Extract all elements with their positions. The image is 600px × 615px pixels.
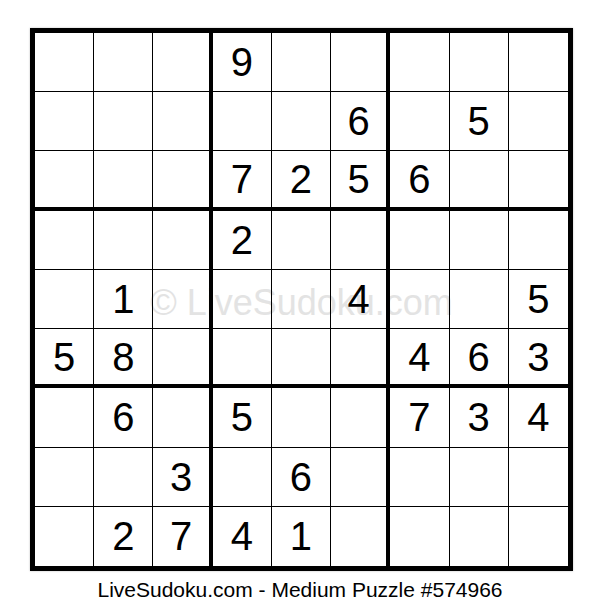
given-digit: 1 <box>112 279 134 319</box>
cell-r4c2[interactable] <box>94 211 153 270</box>
cell-r2c2[interactable] <box>94 92 153 151</box>
puzzle-caption: LiveSudoku.com - Medium Puzzle #574966 <box>0 578 600 602</box>
given-digit: 7 <box>231 159 253 199</box>
given-digit: 4 <box>348 279 370 319</box>
cell-r5c3[interactable] <box>153 270 212 329</box>
given-digit: 6 <box>348 101 370 141</box>
cell-r6c3[interactable] <box>153 329 212 388</box>
cell-r7c7[interactable]: 7 <box>390 388 449 447</box>
cell-r3c8[interactable] <box>450 151 509 210</box>
cell-r9c8[interactable] <box>450 507 509 566</box>
cell-r7c1[interactable] <box>35 388 94 447</box>
cell-r5c6[interactable]: 4 <box>331 270 390 329</box>
cell-r3c3[interactable] <box>153 151 212 210</box>
cell-r5c8[interactable] <box>450 270 509 329</box>
given-digit: 6 <box>112 397 134 437</box>
given-digit: 5 <box>527 279 549 319</box>
cell-r7c3[interactable] <box>153 388 212 447</box>
cell-r6c6[interactable] <box>331 329 390 388</box>
given-digit: 3 <box>170 457 192 497</box>
cell-r3c9[interactable] <box>509 151 568 210</box>
cell-r6c5[interactable] <box>272 329 331 388</box>
given-digit: 5 <box>231 397 253 437</box>
cell-r6c2[interactable]: 8 <box>94 329 153 388</box>
cell-r5c1[interactable] <box>35 270 94 329</box>
cell-r2c9[interactable] <box>509 92 568 151</box>
cell-r4c6[interactable] <box>331 211 390 270</box>
cell-r4c3[interactable] <box>153 211 212 270</box>
cell-r9c9[interactable] <box>509 507 568 566</box>
cell-r8c5[interactable]: 6 <box>272 448 331 507</box>
given-digit: 5 <box>53 337 75 377</box>
cell-r4c8[interactable] <box>450 211 509 270</box>
cell-r5c5[interactable] <box>272 270 331 329</box>
cell-r3c1[interactable] <box>35 151 94 210</box>
cell-r6c4[interactable] <box>213 329 272 388</box>
cell-r1c5[interactable] <box>272 33 331 92</box>
cell-r7c9[interactable]: 4 <box>509 388 568 447</box>
cell-r2c6[interactable]: 6 <box>331 92 390 151</box>
cell-r7c6[interactable] <box>331 388 390 447</box>
cell-r4c7[interactable] <box>390 211 449 270</box>
cell-r4c5[interactable] <box>272 211 331 270</box>
cell-r5c7[interactable] <box>390 270 449 329</box>
cell-r8c7[interactable] <box>390 448 449 507</box>
puzzle-page: © LiveSudoku.com 96572562145584636573436… <box>0 0 600 615</box>
cell-r4c1[interactable] <box>35 211 94 270</box>
cell-r1c2[interactable] <box>94 33 153 92</box>
given-digit: 3 <box>468 397 490 437</box>
cell-r2c5[interactable] <box>272 92 331 151</box>
given-digit: 2 <box>112 516 134 556</box>
cell-r8c8[interactable] <box>450 448 509 507</box>
cell-r5c9[interactable]: 5 <box>509 270 568 329</box>
cell-r3c4[interactable]: 7 <box>213 151 272 210</box>
cell-r7c5[interactable] <box>272 388 331 447</box>
cell-r3c5[interactable]: 2 <box>272 151 331 210</box>
given-digit: 6 <box>408 159 430 199</box>
cell-r8c9[interactable] <box>509 448 568 507</box>
cell-r4c4[interactable]: 2 <box>213 211 272 270</box>
cell-r2c4[interactable] <box>213 92 272 151</box>
given-digit: 8 <box>112 337 134 377</box>
cell-r4c9[interactable] <box>509 211 568 270</box>
cell-r8c6[interactable] <box>331 448 390 507</box>
given-digit: 7 <box>408 397 430 437</box>
given-digit: 2 <box>290 159 312 199</box>
cell-r9c2[interactable]: 2 <box>94 507 153 566</box>
cell-r1c3[interactable] <box>153 33 212 92</box>
cell-r3c7[interactable]: 6 <box>390 151 449 210</box>
given-digit: 4 <box>527 397 549 437</box>
cell-r1c6[interactable] <box>331 33 390 92</box>
given-digit: 6 <box>468 337 490 377</box>
cell-r1c7[interactable] <box>390 33 449 92</box>
given-digit: 5 <box>468 101 490 141</box>
given-digit: 2 <box>231 220 253 260</box>
cell-r6c9[interactable]: 3 <box>509 329 568 388</box>
cell-r9c5[interactable]: 1 <box>272 507 331 566</box>
cell-r1c1[interactable] <box>35 33 94 92</box>
cell-r2c3[interactable] <box>153 92 212 151</box>
cell-r7c2[interactable]: 6 <box>94 388 153 447</box>
given-digit: 4 <box>231 516 253 556</box>
cell-r8c2[interactable] <box>94 448 153 507</box>
cell-r3c2[interactable] <box>94 151 153 210</box>
cell-r2c7[interactable] <box>390 92 449 151</box>
given-digit: 3 <box>527 337 549 377</box>
cell-r1c4[interactable]: 9 <box>213 33 272 92</box>
cell-r2c8[interactable]: 5 <box>450 92 509 151</box>
cell-r9c3[interactable]: 7 <box>153 507 212 566</box>
cell-r6c7[interactable]: 4 <box>390 329 449 388</box>
given-digit: 7 <box>170 516 192 556</box>
cell-r1c8[interactable] <box>450 33 509 92</box>
cell-r2c1[interactable] <box>35 92 94 151</box>
cell-r9c7[interactable] <box>390 507 449 566</box>
given-digit: 1 <box>290 516 312 556</box>
cell-r1c9[interactable] <box>509 33 568 92</box>
cell-r7c4[interactable]: 5 <box>213 388 272 447</box>
cell-r7c8[interactable]: 3 <box>450 388 509 447</box>
cell-r9c4[interactable]: 4 <box>213 507 272 566</box>
given-digit: 4 <box>408 337 430 377</box>
cell-r6c1[interactable]: 5 <box>35 329 94 388</box>
cell-r8c4[interactable] <box>213 448 272 507</box>
cell-r5c4[interactable] <box>213 270 272 329</box>
cell-r6c8[interactable]: 6 <box>450 329 509 388</box>
given-digit: 5 <box>348 159 370 199</box>
cell-r8c1[interactable] <box>35 448 94 507</box>
cell-r9c6[interactable] <box>331 507 390 566</box>
sudoku-board: © LiveSudoku.com 96572562145584636573436… <box>30 28 573 571</box>
cell-r9c1[interactable] <box>35 507 94 566</box>
cell-r5c2[interactable]: 1 <box>94 270 153 329</box>
given-digit: 6 <box>290 457 312 497</box>
given-digit: 9 <box>231 42 253 82</box>
cell-r8c3[interactable]: 3 <box>153 448 212 507</box>
cell-r3c6[interactable]: 5 <box>331 151 390 210</box>
